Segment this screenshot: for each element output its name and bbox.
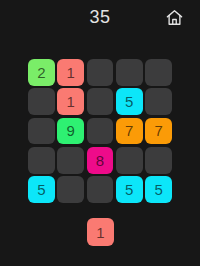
empty-cell-r2c5[interactable]	[145, 88, 172, 115]
tile-5-r2c4[interactable]: 5	[116, 88, 143, 115]
tile-2-r1c1[interactable]: 2	[28, 59, 55, 86]
tile-7-r3c4[interactable]: 7	[116, 118, 143, 145]
board: 21159778555	[28, 59, 172, 203]
tile-1-r1c2[interactable]: 1	[57, 59, 84, 86]
empty-cell-r2c3[interactable]	[87, 88, 114, 115]
home-icon	[165, 8, 184, 27]
tile-5-r5c1[interactable]: 5	[28, 176, 55, 203]
tile-5-r5c4[interactable]: 5	[116, 176, 143, 203]
empty-cell-r4c1[interactable]	[28, 147, 55, 174]
home-button[interactable]	[164, 7, 184, 27]
tile-9-r3c2[interactable]: 9	[57, 118, 84, 145]
empty-cell-r5c3[interactable]	[87, 176, 114, 203]
empty-cell-r4c4[interactable]	[116, 147, 143, 174]
empty-cell-r4c2[interactable]	[57, 147, 84, 174]
empty-cell-r1c5[interactable]	[145, 59, 172, 86]
empty-cell-r4c5[interactable]	[145, 147, 172, 174]
empty-cell-r1c3[interactable]	[87, 59, 114, 86]
next-tile[interactable]: 1	[87, 218, 114, 246]
empty-cell-r2c1[interactable]	[28, 88, 55, 115]
tile-7-r3c5[interactable]: 7	[145, 118, 172, 145]
empty-cell-r1c4[interactable]	[116, 59, 143, 86]
top-bar: 35	[0, 0, 200, 34]
empty-cell-r3c3[interactable]	[87, 118, 114, 145]
empty-cell-r3c1[interactable]	[28, 118, 55, 145]
tile-5-r5c5[interactable]: 5	[145, 176, 172, 203]
tile-8-r4c3[interactable]: 8	[87, 147, 114, 174]
empty-cell-r5c2[interactable]	[57, 176, 84, 203]
tile-1-r2c2[interactable]: 1	[57, 88, 84, 115]
